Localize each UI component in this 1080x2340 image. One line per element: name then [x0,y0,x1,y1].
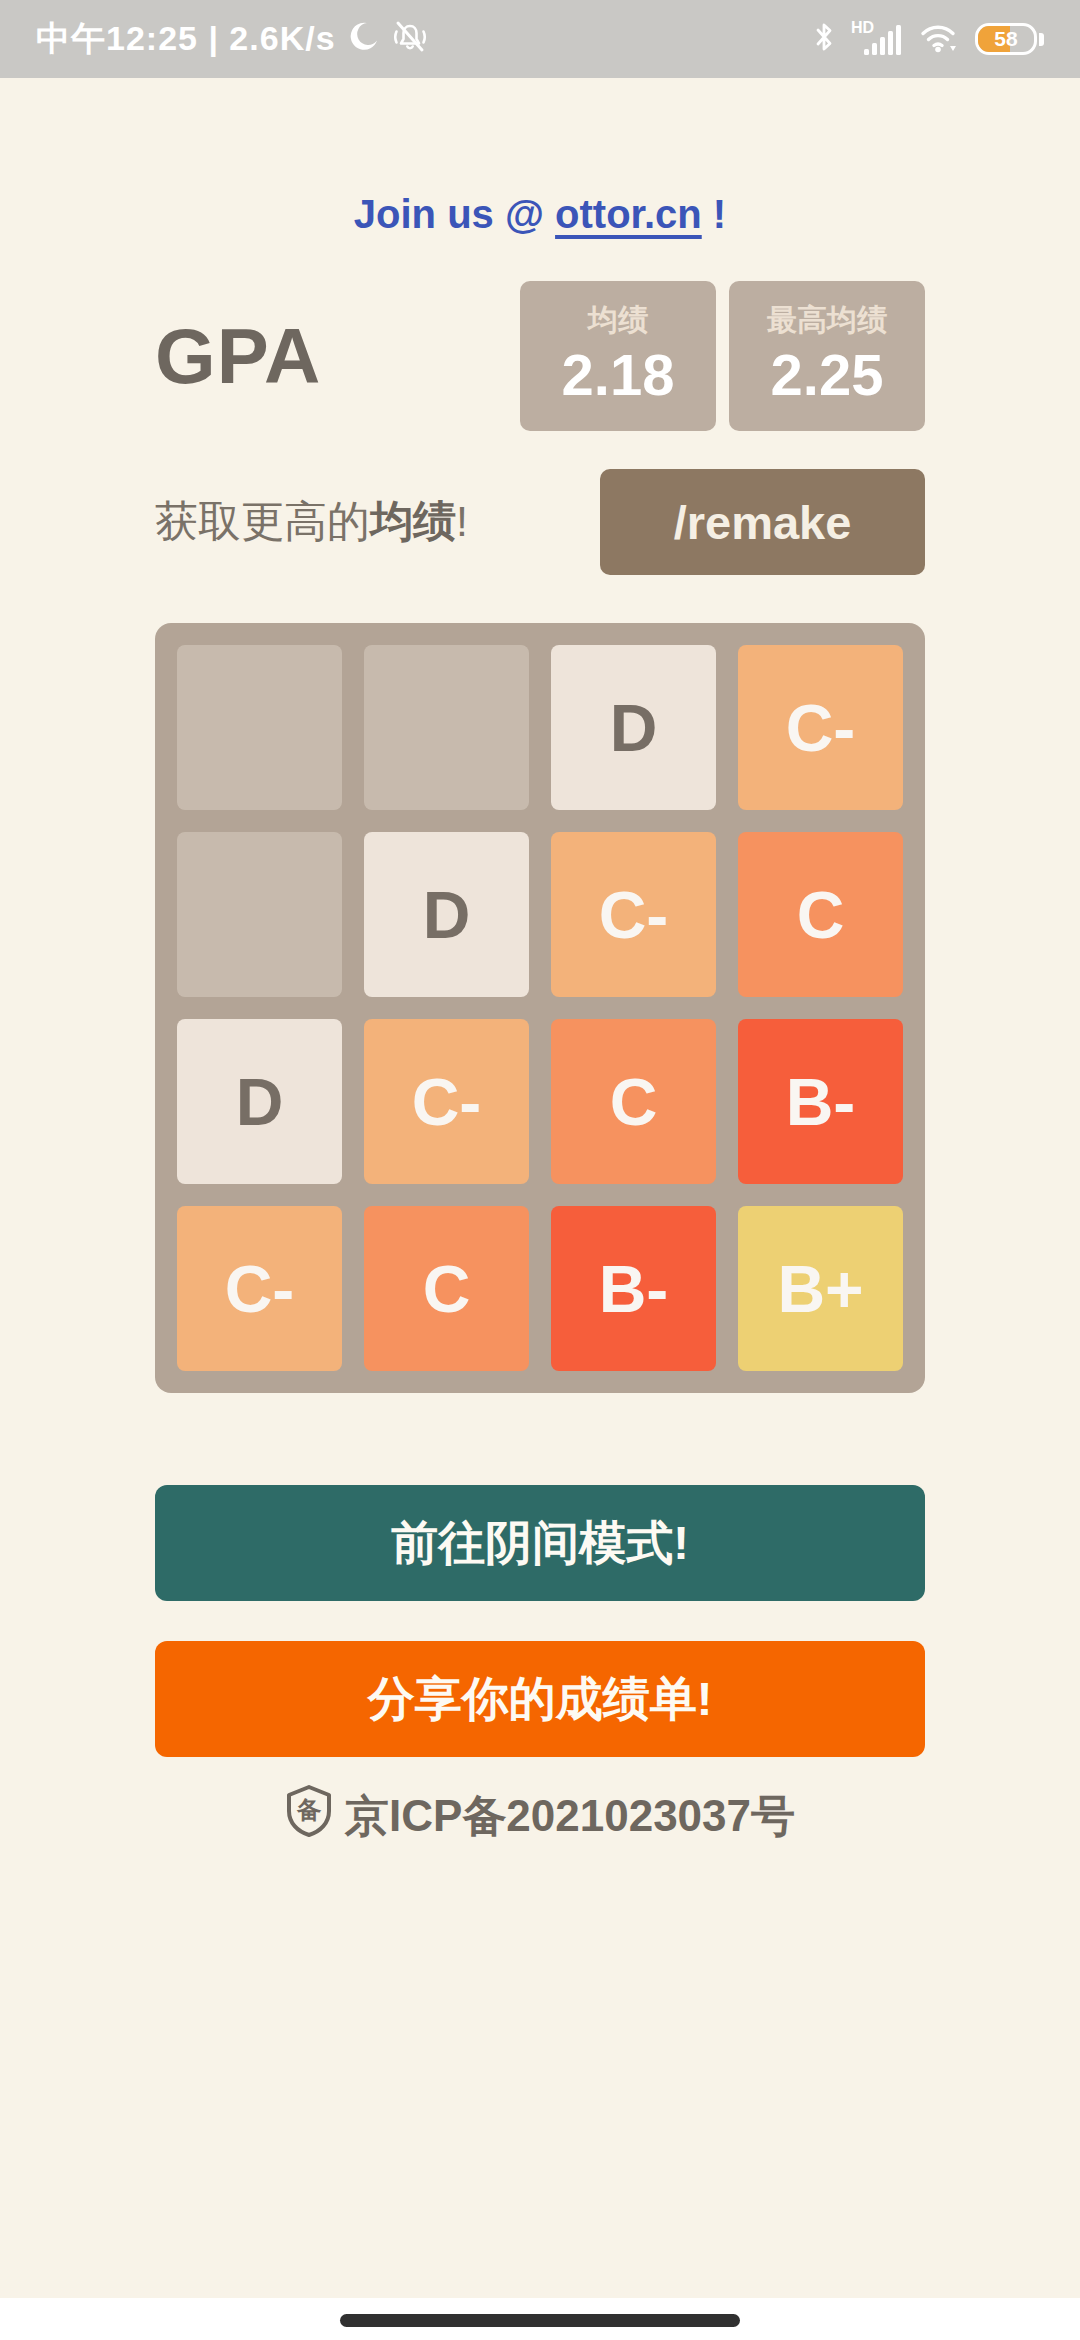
bluetooth-icon [813,20,835,58]
tile-C-: C- [551,832,716,997]
tile-B+: B+ [738,1206,903,1371]
header-row: GPA 均绩 2.18 最高均绩 2.25 [155,281,925,431]
best-score-label: 最高均绩 [767,303,887,338]
current-score-box: 均绩 2.18 [520,281,716,431]
home-indicator[interactable] [340,2314,740,2327]
score-boxes: 均绩 2.18 最高均绩 2.25 [520,281,925,431]
moon-icon [346,20,380,58]
empty-cell [177,832,342,997]
subtitle-prefix: 获取更高的 [155,497,370,545]
tile-D: D [364,832,529,997]
gesture-bar [0,2298,1080,2340]
best-score-value: 2.25 [771,342,884,409]
share-button[interactable]: 分享你的成绩单! [155,1641,925,1757]
tile-C: C [738,832,903,997]
subtitle-suffix: ! [456,497,468,545]
join-link[interactable]: ottor.cn [555,192,702,236]
current-score-value: 2.18 [562,342,675,409]
icp-text: 京ICP备2021023037号 [345,1787,795,1846]
game-board[interactable]: DC-DC-CDC-CB-C-CB-B+ [155,623,925,1393]
hell-mode-button[interactable]: 前往阴间模式! [155,1485,925,1601]
tile-C-: C- [177,1206,342,1371]
battery-percent: 58 [978,26,1034,52]
battery-indicator: 58 [975,23,1044,55]
tile-C: C [551,1019,716,1184]
status-bar: 中午12:25 | 2.6K/s [0,0,1080,78]
signal-icon: HD [851,21,901,57]
vibrate-off-icon [390,19,430,59]
best-score-box: 最高均绩 2.25 [729,281,925,431]
shield-icon: 备 [285,1785,333,1847]
wifi-icon [917,20,959,58]
join-prefix: Join us @ [354,192,555,236]
tile-B-: B- [738,1019,903,1184]
sub-row: 获取更高的均绩! /remake [155,469,925,575]
tile-B-: B- [551,1206,716,1371]
signal-bars [864,25,901,55]
subtitle: 获取更高的均绩! [155,493,468,551]
join-suffix: ! [702,192,726,236]
remake-button[interactable]: /remake [600,469,925,575]
shield-char: 备 [296,1796,322,1823]
icp-badge: 备 京ICP备2021023037号 [155,1785,925,1847]
phone-screen: 中午12:25 | 2.6K/s [0,0,1080,2340]
join-banner: Join us @ ottor.cn ! [155,192,925,237]
page-title: GPA [155,311,321,402]
empty-cell [364,645,529,810]
tile-D: D [177,1019,342,1184]
subtitle-bold: 均绩 [370,497,456,545]
tile-C-: C- [364,1019,529,1184]
tile-C: C [364,1206,529,1371]
tile-C-: C- [738,645,903,810]
current-score-label: 均绩 [588,303,648,338]
battery-nub [1039,33,1044,46]
empty-cell [177,645,342,810]
time-and-speed: 中午12:25 | 2.6K/s [36,16,336,62]
tile-D: D [551,645,716,810]
